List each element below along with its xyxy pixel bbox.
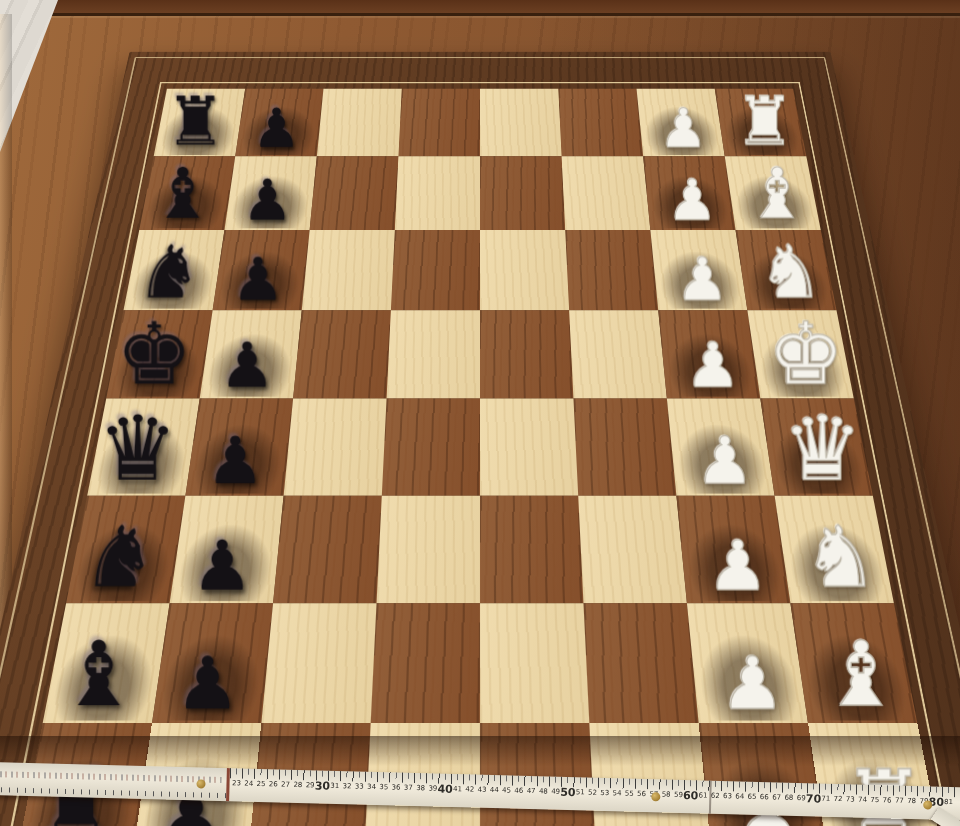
black-king[interactable]: ♚ bbox=[108, 311, 201, 396]
chessboard: ♜♟♟♜♝♟♟♝♞♟♟♞♚♟♟♚♛♟♟♛♞♟♟♞♝♟♟♝♜♟♟♜ bbox=[0, 52, 960, 826]
white-bishop[interactable]: ♝ bbox=[807, 630, 916, 720]
square-b4[interactable] bbox=[480, 156, 565, 230]
square-g1[interactable]: ♝ bbox=[790, 603, 917, 723]
ruler-number: 64 bbox=[735, 792, 744, 800]
ruler-number: 36 bbox=[392, 783, 401, 791]
white-knight[interactable]: ♞ bbox=[746, 236, 835, 309]
ruler-number: 51 bbox=[576, 788, 585, 796]
square-g8[interactable]: ♝ bbox=[43, 603, 170, 723]
square-g7[interactable]: ♟ bbox=[152, 603, 273, 723]
square-a4[interactable] bbox=[480, 89, 562, 157]
black-pawn[interactable]: ♟ bbox=[171, 532, 274, 601]
square-g4[interactable] bbox=[480, 603, 589, 723]
square-d7[interactable]: ♟ bbox=[200, 310, 302, 398]
white-king[interactable]: ♚ bbox=[759, 311, 852, 396]
chessboard-grid: ♜♟♟♜♝♟♟♝♞♟♟♞♚♟♟♚♛♟♟♛♞♟♟♞♝♟♟♝♜♟♟♜ bbox=[16, 89, 943, 826]
ruler-number: 26 bbox=[269, 780, 278, 788]
black-knight[interactable]: ♞ bbox=[68, 516, 171, 601]
square-f3[interactable] bbox=[578, 496, 687, 604]
ruler-number: 71 bbox=[821, 795, 830, 803]
ruler-number: 59 bbox=[674, 791, 683, 799]
square-c6[interactable] bbox=[302, 230, 395, 310]
ruler-number: 28 bbox=[293, 781, 302, 789]
square-c8[interactable]: ♞ bbox=[124, 230, 225, 310]
ruler-number: 52 bbox=[588, 789, 597, 797]
ruler-number: 66 bbox=[760, 793, 769, 801]
white-pawn[interactable]: ♟ bbox=[643, 101, 724, 155]
square-b6[interactable] bbox=[310, 156, 399, 230]
black-queen[interactable]: ♛ bbox=[89, 404, 187, 494]
square-c1[interactable]: ♞ bbox=[736, 230, 837, 310]
white-pawn[interactable]: ♟ bbox=[676, 428, 774, 493]
white-pawn[interactable]: ♟ bbox=[658, 250, 747, 309]
square-f6[interactable] bbox=[273, 496, 382, 604]
square-g3[interactable] bbox=[583, 603, 698, 723]
square-b7[interactable]: ♟ bbox=[224, 156, 316, 230]
ruler-number: 40 bbox=[437, 783, 453, 796]
black-pawn[interactable]: ♟ bbox=[201, 335, 294, 397]
black-bishop[interactable]: ♝ bbox=[44, 630, 153, 720]
square-c2[interactable]: ♟ bbox=[650, 230, 747, 310]
square-c3[interactable] bbox=[565, 230, 658, 310]
ruler-number: 29 bbox=[306, 781, 315, 789]
ruler-number: 61 bbox=[698, 791, 707, 799]
ruler-number: 47 bbox=[527, 787, 536, 795]
photo-chess-scene: { "game": "chess", "scene": { "descripti… bbox=[0, 0, 960, 826]
ruler-number: 68 bbox=[784, 794, 793, 802]
white-pawn[interactable]: ♟ bbox=[698, 647, 807, 720]
black-pawn[interactable]: ♟ bbox=[236, 101, 317, 155]
ruler-number: 33 bbox=[355, 782, 364, 790]
black-knight[interactable]: ♞ bbox=[125, 236, 214, 309]
ruler-number: 35 bbox=[379, 783, 388, 791]
white-pawn[interactable]: ♟ bbox=[686, 532, 789, 601]
square-b2[interactable]: ♟ bbox=[643, 156, 735, 230]
square-f1[interactable]: ♞ bbox=[775, 496, 894, 604]
black-pawn[interactable]: ♟ bbox=[225, 172, 310, 229]
square-d8[interactable]: ♚ bbox=[106, 310, 212, 398]
black-pawn[interactable]: ♟ bbox=[213, 250, 302, 309]
square-d4[interactable] bbox=[480, 310, 573, 398]
ruler-number: 65 bbox=[748, 793, 757, 801]
ruler-left-segment bbox=[0, 762, 230, 801]
square-e2[interactable]: ♟ bbox=[667, 399, 775, 496]
ruler-number: 55 bbox=[625, 790, 634, 798]
square-e4[interactable] bbox=[480, 399, 578, 496]
square-b8[interactable]: ♝ bbox=[139, 156, 235, 230]
square-f7[interactable]: ♟ bbox=[170, 496, 284, 604]
ruler-number: 48 bbox=[539, 787, 548, 795]
square-e8[interactable]: ♛ bbox=[87, 399, 199, 496]
board-shadow bbox=[0, 736, 960, 766]
ruler-number: 39 bbox=[428, 784, 437, 792]
square-a8[interactable]: ♜ bbox=[154, 89, 246, 157]
square-d2[interactable]: ♟ bbox=[658, 310, 760, 398]
square-a2[interactable]: ♟ bbox=[637, 89, 725, 157]
ruler-number: 38 bbox=[416, 784, 425, 792]
ruler-number: 76 bbox=[883, 796, 892, 804]
ruler-number: 27 bbox=[281, 781, 290, 789]
square-e5[interactable] bbox=[382, 399, 480, 496]
square-f5[interactable] bbox=[377, 496, 480, 604]
ruler-number: 49 bbox=[551, 788, 560, 796]
ruler-number: 50 bbox=[560, 786, 576, 799]
ruler-number: 70 bbox=[806, 792, 822, 805]
ruler-number: 60 bbox=[683, 789, 699, 802]
ruler-number: 42 bbox=[465, 785, 474, 793]
square-c7[interactable]: ♟ bbox=[213, 230, 310, 310]
square-a7[interactable]: ♟ bbox=[235, 89, 323, 157]
white-pawn[interactable]: ♟ bbox=[650, 172, 735, 229]
ruler-number: 81 bbox=[944, 798, 953, 806]
ruler-number: 44 bbox=[490, 786, 499, 794]
ruler-number: 77 bbox=[895, 797, 904, 805]
ruler-number: 56 bbox=[637, 790, 646, 798]
white-queen[interactable]: ♛ bbox=[773, 404, 871, 494]
white-bishop[interactable]: ♝ bbox=[735, 159, 820, 229]
black-bishop[interactable]: ♝ bbox=[140, 159, 225, 229]
square-a1[interactable]: ♜ bbox=[715, 89, 807, 157]
ruler-number: 46 bbox=[514, 787, 523, 795]
ruler-number: 31 bbox=[330, 782, 339, 790]
square-d1[interactable]: ♚ bbox=[747, 310, 853, 398]
square-g6[interactable] bbox=[261, 603, 376, 723]
ruler-number: 72 bbox=[833, 795, 842, 803]
white-knight[interactable]: ♞ bbox=[789, 516, 892, 601]
ruler-number: 53 bbox=[600, 789, 609, 797]
ruler-number: 32 bbox=[342, 782, 351, 790]
square-c4[interactable] bbox=[480, 230, 569, 310]
square-e1[interactable]: ♛ bbox=[760, 399, 872, 496]
ruler-number: 62 bbox=[711, 792, 720, 800]
ruler-number: 75 bbox=[870, 796, 879, 804]
ruler-number: 30 bbox=[315, 779, 331, 792]
square-e7[interactable]: ♟ bbox=[185, 399, 293, 496]
square-a6[interactable] bbox=[317, 89, 402, 157]
ruler-number: 67 bbox=[772, 793, 781, 801]
ruler-number: 45 bbox=[502, 786, 511, 794]
square-a3[interactable] bbox=[558, 89, 643, 157]
board-scene: ♜♟♟♜♝♟♟♝♞♟♟♞♚♟♟♚♛♟♟♛♞♟♟♞♝♟♟♝♜♟♟♜ bbox=[25, 0, 935, 788]
ruler-number: 41 bbox=[453, 785, 462, 793]
ruler-number: 25 bbox=[256, 780, 265, 788]
black-rook[interactable]: ♜ bbox=[155, 88, 236, 155]
white-pawn[interactable]: ♟ bbox=[666, 335, 759, 397]
square-g2[interactable]: ♟ bbox=[687, 603, 808, 723]
ruler-number: 24 bbox=[244, 780, 253, 788]
square-b1[interactable]: ♝ bbox=[725, 156, 821, 230]
square-c5[interactable] bbox=[391, 230, 480, 310]
ruler-number: 73 bbox=[846, 795, 855, 803]
square-d5[interactable] bbox=[387, 310, 480, 398]
square-e3[interactable] bbox=[573, 399, 676, 496]
square-a5[interactable] bbox=[398, 89, 480, 157]
ruler-number: 43 bbox=[477, 786, 486, 794]
ruler-number: 54 bbox=[613, 789, 622, 797]
square-d6[interactable] bbox=[293, 310, 391, 398]
square-d3[interactable] bbox=[569, 310, 667, 398]
ruler-number: 78 bbox=[907, 797, 916, 805]
ruler-number: 34 bbox=[367, 783, 376, 791]
square-b3[interactable] bbox=[562, 156, 651, 230]
square-f2[interactable]: ♟ bbox=[676, 496, 790, 604]
black-pawn[interactable]: ♟ bbox=[186, 428, 284, 493]
white-rook[interactable]: ♜ bbox=[724, 88, 805, 155]
ruler-number: 69 bbox=[797, 794, 806, 802]
square-b5[interactable] bbox=[395, 156, 480, 230]
ruler-number: 58 bbox=[662, 790, 671, 798]
square-g5[interactable] bbox=[371, 603, 480, 723]
square-e6[interactable] bbox=[284, 399, 387, 496]
square-f4[interactable] bbox=[480, 496, 583, 604]
ruler-number: 63 bbox=[723, 792, 732, 800]
ruler-number: 37 bbox=[404, 784, 413, 792]
square-f8[interactable]: ♞ bbox=[66, 496, 185, 604]
ruler-number: 74 bbox=[858, 796, 867, 804]
black-pawn[interactable]: ♟ bbox=[153, 647, 262, 720]
ruler-number: 23 bbox=[232, 779, 241, 787]
